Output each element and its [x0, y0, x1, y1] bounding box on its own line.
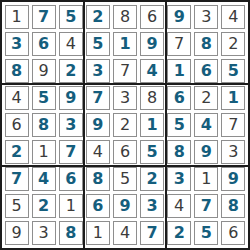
cell-digit: 9 [147, 36, 158, 52]
sudoku-cell[interactable]: 2 [167, 221, 191, 245]
cell-digit: 6 [92, 198, 103, 214]
sudoku-cell[interactable]: 1 [194, 167, 218, 191]
sudoku-cell[interactable]: 1 [59, 194, 83, 218]
sudoku-cell[interactable]: 8 [140, 86, 164, 110]
sudoku-cell[interactable]: 7 [167, 32, 191, 56]
sudoku-cell[interactable]: 6 [86, 194, 110, 218]
sudoku-cell[interactable]: 3 [32, 221, 56, 245]
block-divider-vertical-1 [83, 2, 85, 248]
cell-digit: 3 [147, 198, 158, 214]
cell-digit: 6 [65, 171, 76, 187]
cell-digit: 7 [228, 117, 238, 133]
sudoku-cell[interactable]: 9 [5, 221, 29, 245]
sudoku-cell[interactable]: 8 [59, 221, 83, 245]
sudoku-cell[interactable]: 5 [59, 5, 83, 29]
sudoku-cell[interactable]: 3 [194, 5, 218, 29]
cell-digit: 4 [147, 63, 158, 79]
cell-digit: 2 [92, 9, 103, 25]
cell-digit: 5 [174, 117, 185, 133]
cell-digit: 4 [120, 225, 130, 241]
sudoku-cell[interactable]: 2 [194, 86, 218, 110]
cell-digit: 6 [147, 9, 157, 25]
block-divider-horizontal-2 [2, 165, 248, 167]
sudoku-cell[interactable]: 7 [221, 113, 245, 137]
sudoku-cell[interactable]: 5 [221, 59, 245, 83]
sudoku-cell[interactable]: 3 [59, 113, 83, 137]
sudoku-cell[interactable]: 5 [113, 167, 137, 191]
cell-digit: 2 [120, 117, 130, 133]
cell-digit: 9 [92, 117, 103, 133]
cell-digit: 3 [92, 63, 103, 79]
sudoku-cell[interactable]: 3 [167, 167, 191, 191]
cell-digit: 8 [92, 171, 103, 187]
cell-digit: 4 [228, 9, 238, 25]
sudoku-cell[interactable]: 8 [167, 140, 191, 164]
cell-digit: 8 [147, 90, 157, 106]
sudoku-cell[interactable]: 3 [221, 140, 245, 164]
sudoku-cell[interactable]: 6 [167, 86, 191, 110]
sudoku-cell[interactable]: 1 [86, 221, 110, 245]
cell-digit: 6 [228, 225, 238, 241]
cell-digit: 1 [147, 117, 158, 133]
cell-digit: 3 [39, 225, 49, 241]
cell-digit: 4 [66, 36, 76, 52]
cell-digit: 9 [201, 144, 212, 160]
cell-digit: 1 [228, 90, 239, 106]
cell-digit: 2 [228, 36, 238, 52]
block-divider-vertical-2 [165, 2, 167, 248]
cell-digit: 5 [38, 90, 49, 106]
sudoku-cell[interactable]: 9 [221, 167, 245, 191]
sudoku-cell[interactable]: 7 [113, 59, 137, 83]
cell-digit: 5 [92, 36, 103, 52]
cell-digit: 2 [174, 225, 185, 241]
sudoku-cell[interactable]: 2 [140, 167, 164, 191]
sudoku-cell[interactable]: 6 [32, 32, 56, 56]
cell-digit: 2 [11, 144, 22, 160]
sudoku-cell[interactable]: 1 [113, 32, 137, 56]
sudoku-cell[interactable]: 3 [5, 32, 29, 56]
cell-digit: 4 [174, 198, 184, 214]
sudoku-cell[interactable]: 5 [140, 140, 164, 164]
sudoku-board: 1752869343645197828923741654597386216839… [0, 0, 250, 250]
cell-digit: 9 [11, 225, 21, 241]
sudoku-cell[interactable]: 7 [5, 167, 29, 191]
sudoku-cell[interactable]: 1 [140, 113, 164, 137]
sudoku-cell[interactable]: 2 [32, 194, 56, 218]
sudoku-cell[interactable]: 1 [221, 86, 245, 110]
cell-digit: 4 [11, 90, 21, 106]
cell-digit: 7 [65, 144, 76, 160]
cell-digit: 5 [65, 9, 76, 25]
cell-digit: 1 [66, 198, 76, 214]
cell-digit: 8 [65, 225, 76, 241]
sudoku-cell[interactable]: 9 [59, 86, 83, 110]
cell-digit: 4 [201, 117, 212, 133]
sudoku-cell[interactable]: 2 [5, 140, 29, 164]
cell-digit: 1 [201, 171, 211, 187]
sudoku-cell[interactable]: 1 [5, 5, 29, 29]
sudoku-cell[interactable]: 4 [221, 5, 245, 29]
cell-digit: 1 [119, 36, 130, 52]
cell-digit: 7 [11, 171, 22, 187]
cell-digit: 7 [147, 225, 158, 241]
sudoku-cell[interactable]: 1 [32, 140, 56, 164]
sudoku-cell[interactable]: 9 [113, 194, 137, 218]
cell-digit: 1 [174, 63, 185, 79]
sudoku-cell[interactable]: 5 [32, 86, 56, 110]
cell-digit: 1 [11, 9, 21, 25]
sudoku-cell[interactable]: 5 [167, 113, 191, 137]
sudoku-cell[interactable]: 7 [140, 221, 164, 245]
cell-digit: 5 [120, 171, 130, 187]
sudoku-cell[interactable]: 6 [221, 221, 245, 245]
cell-digit: 7 [120, 63, 130, 79]
cell-digit: 1 [39, 144, 49, 160]
cell-digit: 4 [38, 171, 49, 187]
cell-digit: 6 [11, 117, 21, 133]
cell-digit: 2 [65, 63, 76, 79]
cell-digit: 5 [201, 225, 212, 241]
sudoku-cell[interactable]: 4 [5, 86, 29, 110]
cell-digit: 9 [228, 171, 239, 187]
cell-digit: 2 [38, 198, 49, 214]
cell-digit: 3 [228, 144, 238, 160]
block-divider-horizontal-1 [2, 83, 248, 85]
sudoku-cell[interactable]: 5 [194, 221, 218, 245]
cell-digit: 7 [92, 90, 103, 106]
cell-digit: 8 [120, 9, 130, 25]
sudoku-cell[interactable]: 2 [113, 113, 137, 137]
cell-digit: 9 [119, 198, 130, 214]
cell-digit: 9 [39, 63, 49, 79]
sudoku-cell[interactable]: 7 [86, 86, 110, 110]
sudoku-cell[interactable]: 8 [5, 59, 29, 83]
cell-digit: 9 [174, 9, 185, 25]
cell-digit: 6 [201, 63, 212, 79]
sudoku-cell[interactable]: 4 [113, 221, 137, 245]
sudoku-cell[interactable]: 4 [167, 194, 191, 218]
cell-digit: 3 [201, 9, 211, 25]
sudoku-cell[interactable]: 7 [32, 5, 56, 29]
cell-digit: 1 [93, 225, 103, 241]
cell-digit: 3 [120, 90, 130, 106]
sudoku-cell[interactable]: 6 [194, 59, 218, 83]
sudoku-cell[interactable]: 4 [140, 59, 164, 83]
cell-digit: 4 [93, 144, 103, 160]
sudoku-cell[interactable]: 9 [194, 140, 218, 164]
sudoku-cell[interactable]: 2 [59, 59, 83, 83]
sudoku-cell[interactable]: 3 [86, 59, 110, 83]
sudoku-cell[interactable]: 6 [140, 5, 164, 29]
sudoku-cell[interactable]: 4 [59, 32, 83, 56]
cell-digit: 9 [65, 90, 76, 106]
cell-digit: 8 [38, 117, 49, 133]
sudoku-cell[interactable]: 8 [221, 194, 245, 218]
cell-digit: 3 [11, 36, 22, 52]
sudoku-cell[interactable]: 3 [140, 194, 164, 218]
sudoku-cell[interactable]: 2 [86, 5, 110, 29]
cell-digit: 7 [174, 36, 184, 52]
sudoku-cell[interactable]: 5 [5, 194, 29, 218]
cell-digit: 6 [120, 144, 130, 160]
sudoku-cell[interactable]: 8 [113, 5, 137, 29]
cell-digit: 5 [228, 63, 239, 79]
sudoku-cell[interactable]: 5 [86, 32, 110, 56]
cell-digit: 7 [38, 9, 49, 25]
sudoku-cell[interactable]: 9 [86, 113, 110, 137]
cell-digit: 5 [11, 198, 21, 214]
sudoku-cell[interactable]: 1 [167, 59, 191, 83]
sudoku-cell[interactable]: 2 [221, 32, 245, 56]
sudoku-cell[interactable]: 4 [194, 113, 218, 137]
sudoku-cell[interactable]: 3 [113, 86, 137, 110]
sudoku-cell[interactable]: 6 [5, 113, 29, 137]
cell-digit: 2 [147, 171, 158, 187]
sudoku-cell[interactable]: 4 [86, 140, 110, 164]
sudoku-cell[interactable]: 7 [194, 194, 218, 218]
cell-digit: 8 [201, 36, 212, 52]
sudoku-cell[interactable]: 6 [59, 167, 83, 191]
cell-digit: 8 [174, 144, 185, 160]
sudoku-grid: 1752869343645197828923741654597386216839… [2, 2, 248, 248]
cell-digit: 8 [228, 198, 239, 214]
sudoku-cell[interactable]: 8 [86, 167, 110, 191]
sudoku-cell[interactable]: 9 [140, 32, 164, 56]
sudoku-cell[interactable]: 8 [32, 113, 56, 137]
cell-digit: 6 [174, 90, 185, 106]
sudoku-cell[interactable]: 8 [194, 32, 218, 56]
cell-digit: 6 [38, 36, 49, 52]
cell-digit: 2 [201, 90, 211, 106]
sudoku-cell[interactable]: 4 [32, 167, 56, 191]
sudoku-cell[interactable]: 6 [113, 140, 137, 164]
cell-digit: 7 [201, 198, 212, 214]
cell-digit: 3 [174, 171, 185, 187]
sudoku-cell[interactable]: 9 [167, 5, 191, 29]
sudoku-cell[interactable]: 9 [32, 59, 56, 83]
sudoku-cell[interactable]: 7 [59, 140, 83, 164]
cell-digit: 5 [147, 144, 158, 160]
cell-digit: 3 [65, 117, 76, 133]
cell-digit: 8 [11, 63, 22, 79]
